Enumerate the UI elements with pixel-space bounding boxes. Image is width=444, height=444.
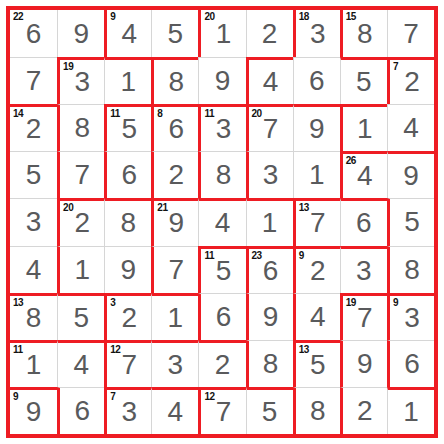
cell-digit: 9 (263, 303, 279, 331)
cage-sum-label: 3 (110, 298, 115, 308)
cell-digit: 3 (356, 257, 372, 285)
cell-r7c6[interactable]: 9 (246, 293, 293, 340)
cell-r5c9[interactable]: 5 (387, 198, 434, 245)
cell-r9c3[interactable]: 73 (104, 387, 151, 434)
cell-digit: 6 (26, 20, 42, 48)
cage-sum-label: 11 (204, 109, 214, 119)
cell-digit: 3 (216, 115, 232, 143)
cage-sum-label: 9 (393, 298, 398, 308)
cell-r6c5[interactable]: 115 (198, 246, 245, 293)
cell-r8c2[interactable]: 4 (57, 340, 104, 387)
cell-digit: 6 (121, 161, 137, 189)
cell-digit: 2 (121, 304, 137, 332)
cell-r3c7[interactable]: 9 (293, 104, 340, 151)
cell-r4c9[interactable]: 9 (387, 151, 434, 198)
cell-r3c6[interactable]: 207 (246, 104, 293, 151)
cell-r4c8[interactable]: 264 (340, 151, 387, 198)
cell-digit: 7 (357, 304, 373, 332)
cell-digit: 4 (73, 351, 89, 379)
cage-sum-label: 13 (299, 345, 309, 355)
cage-sum-label: 8 (157, 109, 162, 119)
cell-r5c8[interactable]: 6 (340, 198, 387, 245)
cell-digit: 9 (26, 398, 42, 426)
cell-digit: 4 (168, 398, 184, 426)
cell-digit: 1 (309, 161, 325, 189)
cell-r1c4[interactable]: 5 (151, 10, 198, 57)
cell-r5c7[interactable]: 137 (293, 198, 340, 245)
cage-sum-label: 12 (204, 392, 214, 402)
cell-r3c2[interactable]: 8 (57, 104, 104, 151)
cell-digit: 9 (169, 209, 185, 237)
cell-r5c4[interactable]: 219 (151, 198, 198, 245)
cell-digit: 6 (216, 303, 232, 331)
cell-r9c9[interactable]: 1 (387, 387, 434, 434)
cell-digit: 5 (262, 398, 278, 426)
cage-sum-label: 26 (346, 156, 356, 166)
cell-digit: 6 (356, 209, 372, 237)
cell-digit: 5 (356, 68, 372, 96)
cage-sum-label: 20 (252, 109, 262, 119)
cell-digit: 5 (310, 351, 326, 379)
cell-digit: 1 (262, 209, 278, 237)
cell-digit: 2 (169, 161, 185, 189)
cell-r1c5[interactable]: 201 (198, 10, 245, 57)
cell-digit: 8 (263, 350, 279, 378)
cell-r5c3[interactable]: 8 (104, 198, 151, 245)
cell-digit: 8 (404, 256, 420, 284)
cell-digit: 4 (121, 20, 137, 48)
cell-digit: 4 (310, 303, 326, 331)
cell-r6c8[interactable]: 3 (340, 246, 387, 293)
cell-r1c6[interactable]: 2 (246, 10, 293, 57)
cage-sum-label: 20 (63, 203, 73, 213)
cell-r5c5[interactable]: 4 (198, 198, 245, 245)
cell-digit: 2 (262, 20, 278, 48)
cage-sum-label: 21 (157, 203, 167, 213)
cell-digit: 8 (120, 209, 136, 237)
cell-r6c7[interactable]: 92 (293, 246, 340, 293)
cell-digit: 1 (216, 20, 232, 48)
cell-digit: 3 (26, 208, 42, 236)
cell-digit: 4 (263, 68, 279, 96)
cell-r7c7[interactable]: 4 (293, 293, 340, 340)
cell-digit: 3 (404, 304, 420, 332)
cell-r3c8[interactable]: 1 (340, 104, 387, 151)
cell-digit: 7 (263, 115, 279, 143)
cell-r8c9[interactable]: 6 (387, 340, 434, 387)
cell-r4c5[interactable]: 8 (198, 151, 245, 198)
cage-sum-label: 11 (13, 345, 23, 355)
cell-r2c4[interactable]: 8 (151, 57, 198, 104)
cell-r2c9[interactable]: 72 (387, 57, 434, 104)
cell-r2c7[interactable]: 6 (293, 57, 340, 104)
cage-sum-label: 11 (110, 109, 120, 119)
cell-digit: 8 (26, 304, 42, 332)
cell-digit: 2 (404, 68, 420, 96)
cell-digit: 6 (74, 397, 90, 425)
cage-sum-label: 13 (299, 203, 309, 213)
cage-sum-label: 12 (110, 345, 120, 355)
cell-r5c1[interactable]: 3 (10, 198, 57, 245)
cell-r4c1[interactable]: 5 (10, 151, 57, 198)
cell-digit: 8 (310, 397, 326, 425)
cell-r1c2[interactable]: 9 (57, 10, 104, 57)
cell-digit: 2 (357, 397, 373, 425)
killer-sudoku-board: 2269945201218315877193189465721428115861… (6, 6, 438, 438)
cell-digit: 6 (263, 257, 279, 285)
cell-digit: 2 (310, 257, 326, 285)
cell-digit: 3 (74, 68, 90, 96)
cell-r7c3[interactable]: 32 (104, 293, 151, 340)
cell-r4c3[interactable]: 6 (104, 151, 151, 198)
cell-r7c9[interactable]: 93 (387, 293, 434, 340)
cell-r2c5[interactable]: 9 (198, 57, 245, 104)
cell-digit: 5 (404, 208, 420, 236)
cell-digit: 9 (73, 20, 89, 48)
cell-digit: 7 (310, 209, 326, 237)
cage-sum-label: 9 (299, 251, 304, 261)
cell-r6c3[interactable]: 9 (104, 246, 151, 293)
cage-sum-label: 19 (346, 298, 356, 308)
cell-r3c5[interactable]: 113 (198, 104, 245, 151)
cell-digit: 6 (309, 67, 325, 95)
cell-digit: 9 (309, 115, 325, 143)
cell-digit: 9 (120, 256, 136, 284)
cage-sum-label: 7 (393, 62, 398, 72)
cell-r8c5[interactable]: 2 (198, 340, 245, 387)
cage-sum-label: 9 (110, 12, 115, 22)
cell-digit: 3 (121, 398, 137, 426)
cell-digit: 8 (357, 20, 373, 48)
cell-r9c1[interactable]: 99 (10, 387, 57, 434)
cell-digit: 9 (215, 67, 231, 95)
cage-sum-label: 22 (13, 12, 23, 22)
cell-r8c8[interactable]: 9 (340, 340, 387, 387)
cell-digit: 1 (357, 115, 373, 143)
cage-sum-label: 15 (346, 12, 356, 22)
cell-digit: 5 (73, 304, 89, 332)
cell-digit: 6 (169, 115, 185, 143)
cell-digit: 2 (215, 351, 231, 379)
cage-sum-label: 20 (204, 12, 214, 22)
cell-r9c8[interactable]: 2 (340, 387, 387, 434)
cell-digit: 8 (169, 68, 185, 96)
cage-sum-label: 13 (13, 298, 23, 308)
cell-r3c3[interactable]: 115 (104, 104, 151, 151)
cell-digit: 5 (168, 20, 184, 48)
cell-digit: 1 (26, 351, 42, 379)
cell-r3c1[interactable]: 142 (10, 104, 57, 151)
cell-r9c4[interactable]: 4 (151, 387, 198, 434)
cell-digit: 1 (120, 68, 136, 96)
cell-digit: 7 (121, 351, 137, 379)
cell-r8c6[interactable]: 8 (246, 340, 293, 387)
cell-r5c6[interactable]: 1 (246, 198, 293, 245)
cell-r1c9[interactable]: 7 (387, 10, 434, 57)
cage-sum-label: 14 (13, 109, 23, 119)
cell-digit: 1 (403, 398, 419, 426)
cell-r6c9[interactable]: 8 (387, 246, 434, 293)
cell-r4c4[interactable]: 2 (151, 151, 198, 198)
cell-r1c1[interactable]: 226 (10, 10, 57, 57)
cell-r6c1[interactable]: 4 (10, 246, 57, 293)
cage-sum-label: 9 (13, 392, 18, 402)
cell-r4c7[interactable]: 1 (293, 151, 340, 198)
cell-r7c2[interactable]: 5 (57, 293, 104, 340)
cell-digit: 8 (216, 161, 232, 189)
cell-r7c8[interactable]: 197 (340, 293, 387, 340)
cage-sum-label: 7 (110, 392, 115, 402)
cell-r9c2[interactable]: 6 (57, 387, 104, 434)
cell-digit: 2 (26, 115, 42, 143)
cell-digit: 5 (26, 161, 42, 189)
cell-digit: 6 (404, 350, 420, 378)
cell-r5c2[interactable]: 202 (57, 198, 104, 245)
cell-digit: 2 (74, 209, 90, 237)
cell-digit: 7 (74, 161, 90, 189)
cell-r2c1[interactable]: 7 (10, 57, 57, 104)
cell-digit: 9 (403, 162, 419, 190)
cage-sum-label: 18 (299, 12, 309, 22)
cell-r8c1[interactable]: 111 (10, 340, 57, 387)
cell-r9c6[interactable]: 5 (246, 387, 293, 434)
cell-r6c2[interactable]: 1 (57, 246, 104, 293)
cell-digit: 7 (26, 67, 42, 95)
cell-digit: 9 (357, 350, 373, 378)
cell-r3c4[interactable]: 86 (151, 104, 198, 151)
cell-digit: 5 (216, 257, 232, 285)
cage-sum-label: 11 (204, 251, 214, 261)
cell-r1c8[interactable]: 158 (340, 10, 387, 57)
cell-r8c3[interactable]: 127 (104, 340, 151, 387)
cell-r7c5[interactable]: 6 (198, 293, 245, 340)
cell-r4c6[interactable]: 3 (246, 151, 293, 198)
cell-digit: 3 (263, 161, 279, 189)
cell-digit: 4 (215, 209, 231, 237)
cell-digit: 5 (121, 115, 137, 143)
cell-r8c7[interactable]: 135 (293, 340, 340, 387)
cell-digit: 1 (168, 304, 184, 332)
cell-r6c4[interactable]: 7 (151, 246, 198, 293)
cell-digit: 3 (168, 351, 184, 379)
cell-r2c8[interactable]: 5 (340, 57, 387, 104)
cell-r7c1[interactable]: 138 (10, 293, 57, 340)
cell-digit: 7 (216, 398, 232, 426)
cell-r1c3[interactable]: 94 (104, 10, 151, 57)
cell-digit: 7 (403, 20, 419, 48)
cell-r1c7[interactable]: 183 (293, 10, 340, 57)
cell-r9c7[interactable]: 8 (293, 387, 340, 434)
cell-r9c5[interactable]: 127 (198, 387, 245, 434)
cell-digit: 7 (169, 256, 185, 284)
cell-r4c2[interactable]: 7 (57, 151, 104, 198)
cell-r7c4[interactable]: 1 (151, 293, 198, 340)
cell-digit: 4 (357, 162, 373, 190)
cell-r2c2[interactable]: 193 (57, 57, 104, 104)
cage-sum-label: 19 (63, 62, 73, 72)
cell-r2c3[interactable]: 1 (104, 57, 151, 104)
cell-digit: 4 (403, 114, 419, 142)
cell-r3c9[interactable]: 4 (387, 104, 434, 151)
cell-r8c4[interactable]: 3 (151, 340, 198, 387)
cell-r6c6[interactable]: 236 (246, 246, 293, 293)
cell-r2c6[interactable]: 4 (246, 57, 293, 104)
cell-digit: 1 (74, 256, 90, 284)
cage-sum-label: 23 (252, 251, 262, 261)
cell-digit: 8 (74, 114, 90, 142)
cell-digit: 3 (310, 20, 326, 48)
cell-digit: 4 (26, 256, 42, 284)
